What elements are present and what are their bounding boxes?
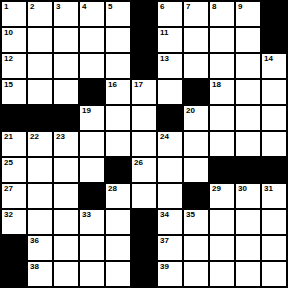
cell-r6c2[interactable]: 22: [28, 132, 52, 156]
cell-r7c6[interactable]: 26: [132, 158, 156, 182]
clue-number-31: 31: [264, 184, 273, 193]
clue-number-8: 8: [212, 2, 216, 11]
cell-r2c5[interactable]: [106, 28, 130, 52]
cell-r10c5[interactable]: [106, 236, 130, 260]
cell-r3c7[interactable]: 13: [158, 54, 182, 78]
cell-r2c7[interactable]: 11: [158, 28, 182, 52]
clue-number-26: 26: [134, 158, 143, 167]
block-cell-r5c1: [2, 106, 26, 130]
cell-r11c3[interactable]: [54, 262, 78, 286]
clue-number-10: 10: [4, 28, 13, 37]
cell-r9c7[interactable]: 34: [158, 210, 182, 234]
block-cell-r8c8: [184, 184, 208, 208]
cell-r9c1[interactable]: 32: [2, 210, 26, 234]
block-cell-r1c6: [132, 2, 156, 26]
block-cell-r4c4: [80, 80, 104, 104]
cell-r2c2[interactable]: [28, 28, 52, 52]
block-cell-r4c8: [184, 80, 208, 104]
cell-r3c10[interactable]: [236, 54, 260, 78]
clue-number-33: 33: [82, 210, 91, 219]
cell-r1c9[interactable]: 8: [210, 2, 234, 26]
cell-r10c11[interactable]: [262, 236, 286, 260]
block-cell-r1c11: [262, 2, 286, 26]
clue-number-21: 21: [4, 132, 13, 141]
clue-number-18: 18: [212, 80, 221, 89]
cell-r6c3[interactable]: 23: [54, 132, 78, 156]
block-cell-r5c2: [28, 106, 52, 130]
block-cell-r2c6: [132, 28, 156, 52]
block-cell-r11c6: [132, 262, 156, 286]
clue-number-5: 5: [108, 2, 112, 11]
clue-number-9: 9: [238, 2, 242, 11]
cell-r11c7[interactable]: 39: [158, 262, 182, 286]
clue-number-6: 6: [160, 2, 164, 11]
cell-r10c4[interactable]: [80, 236, 104, 260]
cell-r1c4[interactable]: 4: [80, 2, 104, 26]
cell-r3c9[interactable]: [210, 54, 234, 78]
cell-r4c6[interactable]: 17: [132, 80, 156, 104]
cell-r8c6[interactable]: [132, 184, 156, 208]
cell-r5c4[interactable]: 19: [80, 106, 104, 130]
cell-r6c5[interactable]: [106, 132, 130, 156]
cell-r4c7[interactable]: [158, 80, 182, 104]
cell-r10c8[interactable]: [184, 236, 208, 260]
cell-r10c9[interactable]: [210, 236, 234, 260]
cell-r5c8[interactable]: 20: [184, 106, 208, 130]
cell-r8c5[interactable]: 28: [106, 184, 130, 208]
block-cell-r7c5: [106, 158, 130, 182]
cell-r8c2[interactable]: [28, 184, 52, 208]
cell-r1c7[interactable]: 6: [158, 2, 182, 26]
cell-r10c10[interactable]: [236, 236, 260, 260]
clue-number-22: 22: [30, 132, 39, 141]
cell-r3c1[interactable]: 12: [2, 54, 26, 78]
cell-r5c6[interactable]: [132, 106, 156, 130]
cell-r5c11[interactable]: [262, 106, 286, 130]
cell-r2c1[interactable]: 10: [2, 28, 26, 52]
cell-r7c2[interactable]: [28, 158, 52, 182]
clue-number-37: 37: [160, 236, 169, 245]
block-cell-r9c6: [132, 210, 156, 234]
block-cell-r8c4: [80, 184, 104, 208]
cell-r1c5[interactable]: 5: [106, 2, 130, 26]
cell-r8c1[interactable]: 27: [2, 184, 26, 208]
cell-r9c11[interactable]: [262, 210, 286, 234]
cell-r9c2[interactable]: [28, 210, 52, 234]
cell-r2c3[interactable]: [54, 28, 78, 52]
clue-number-2: 2: [30, 2, 34, 11]
cell-r7c1[interactable]: 25: [2, 158, 26, 182]
cell-r9c8[interactable]: 35: [184, 210, 208, 234]
cell-r1c1[interactable]: 1: [2, 2, 26, 26]
cell-r5c9[interactable]: [210, 106, 234, 130]
cell-r3c11[interactable]: 14: [262, 54, 286, 78]
clue-number-38: 38: [30, 262, 39, 271]
clue-number-12: 12: [4, 54, 13, 63]
cell-r8c3[interactable]: [54, 184, 78, 208]
cell-r4c11[interactable]: [262, 80, 286, 104]
cell-r11c2[interactable]: 38: [28, 262, 52, 286]
cell-r1c10[interactable]: 9: [236, 2, 260, 26]
block-cell-r10c1: [2, 236, 26, 260]
block-cell-r7c11: [262, 158, 286, 182]
cell-r2c8[interactable]: [184, 28, 208, 52]
block-cell-r10c6: [132, 236, 156, 260]
cell-r8c9[interactable]: 29: [210, 184, 234, 208]
cell-r3c3[interactable]: [54, 54, 78, 78]
block-cell-r11c1: [2, 262, 26, 286]
clue-number-34: 34: [160, 210, 169, 219]
cell-r7c8[interactable]: [184, 158, 208, 182]
cell-r9c4[interactable]: 33: [80, 210, 104, 234]
cell-r5c10[interactable]: [236, 106, 260, 130]
clue-number-4: 4: [82, 2, 86, 11]
clue-number-30: 30: [238, 184, 247, 193]
clue-number-1: 1: [4, 2, 8, 11]
cell-r11c5[interactable]: [106, 262, 130, 286]
cell-r6c6[interactable]: [132, 132, 156, 156]
cell-r6c9[interactable]: [210, 132, 234, 156]
clue-number-39: 39: [160, 262, 169, 271]
clue-number-19: 19: [82, 106, 91, 115]
cell-r7c7[interactable]: [158, 158, 182, 182]
cell-r4c1[interactable]: 15: [2, 80, 26, 104]
clue-number-28: 28: [108, 184, 117, 193]
cell-r11c4[interactable]: [80, 262, 104, 286]
block-cell-r7c10: [236, 158, 260, 182]
cell-r2c9[interactable]: [210, 28, 234, 52]
cell-r3c2[interactable]: [28, 54, 52, 78]
cell-r3c8[interactable]: [184, 54, 208, 78]
cell-r2c4[interactable]: [80, 28, 104, 52]
cell-r1c2[interactable]: 2: [28, 2, 52, 26]
cell-r4c5[interactable]: 16: [106, 80, 130, 104]
cell-r6c8[interactable]: [184, 132, 208, 156]
clue-number-27: 27: [4, 184, 13, 193]
block-cell-r2c11: [262, 28, 286, 52]
cell-r9c10[interactable]: [236, 210, 260, 234]
block-cell-r5c7: [158, 106, 182, 130]
cell-r4c3[interactable]: [54, 80, 78, 104]
cell-r10c2[interactable]: 36: [28, 236, 52, 260]
cell-r5c5[interactable]: [106, 106, 130, 130]
cell-r6c10[interactable]: [236, 132, 260, 156]
cell-r8c11[interactable]: 31: [262, 184, 286, 208]
block-cell-r7c9: [210, 158, 234, 182]
cell-r7c4[interactable]: [80, 158, 104, 182]
cell-r3c5[interactable]: [106, 54, 130, 78]
clue-number-29: 29: [212, 184, 221, 193]
cell-r11c10[interactable]: [236, 262, 260, 286]
cell-r3c4[interactable]: [80, 54, 104, 78]
cell-r7c3[interactable]: [54, 158, 78, 182]
clue-number-13: 13: [160, 54, 169, 63]
cell-r11c11[interactable]: [262, 262, 286, 286]
cell-r10c7[interactable]: 37: [158, 236, 182, 260]
clue-number-3: 3: [56, 2, 60, 11]
cell-r9c9[interactable]: [210, 210, 234, 234]
cell-r4c10[interactable]: [236, 80, 260, 104]
cell-r8c7[interactable]: [158, 184, 182, 208]
clue-number-16: 16: [108, 80, 117, 89]
cell-r6c11[interactable]: [262, 132, 286, 156]
block-cell-r3c6: [132, 54, 156, 78]
cell-r1c8[interactable]: 7: [184, 2, 208, 26]
cell-r1c3[interactable]: 3: [54, 2, 78, 26]
cell-r9c3[interactable]: [54, 210, 78, 234]
clue-number-36: 36: [30, 236, 39, 245]
cell-r2c10[interactable]: [236, 28, 260, 52]
clue-number-20: 20: [186, 106, 195, 115]
cell-r4c9[interactable]: 18: [210, 80, 234, 104]
cell-r6c4[interactable]: [80, 132, 104, 156]
block-cell-r5c3: [54, 106, 78, 130]
cell-r10c3[interactable]: [54, 236, 78, 260]
cell-r6c7[interactable]: 24: [158, 132, 182, 156]
clue-number-11: 11: [160, 28, 168, 37]
cell-r11c8[interactable]: [184, 262, 208, 286]
cell-r9c5[interactable]: [106, 210, 130, 234]
clue-number-23: 23: [56, 132, 65, 141]
cell-r6c1[interactable]: 21: [2, 132, 26, 156]
clue-number-25: 25: [4, 158, 13, 167]
clue-number-14: 14: [264, 54, 273, 63]
clue-number-15: 15: [4, 80, 13, 89]
clue-number-24: 24: [160, 132, 169, 141]
clue-number-7: 7: [186, 2, 190, 11]
clue-number-17: 17: [134, 80, 143, 89]
cell-r11c9[interactable]: [210, 262, 234, 286]
clue-number-32: 32: [4, 210, 13, 219]
cell-r4c2[interactable]: [28, 80, 52, 104]
crossword-grid: 1234567891011121314151617181920212223242…: [0, 0, 288, 288]
clue-number-35: 35: [186, 210, 195, 219]
cell-r8c10[interactable]: 30: [236, 184, 260, 208]
